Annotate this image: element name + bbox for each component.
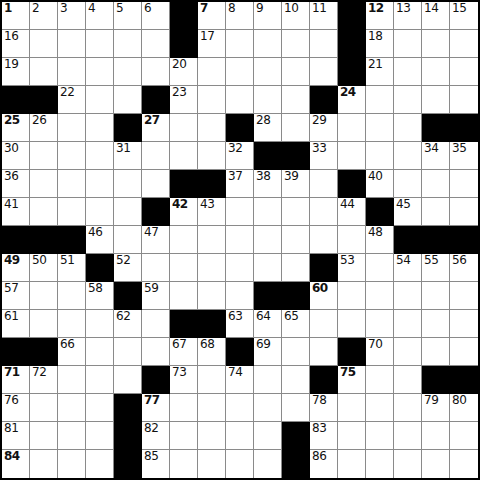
cell-r4c16[interactable] <box>422 86 450 114</box>
cell-r17c15[interactable] <box>394 450 422 478</box>
cell-r2c10[interactable] <box>254 30 282 58</box>
cell-r7c9[interactable]: 37 <box>226 170 254 198</box>
cell-r1c5[interactable]: 5 <box>114 2 142 30</box>
cell-r1c16[interactable]: 14 <box>422 2 450 30</box>
cell-r14c2[interactable]: 72 <box>30 366 58 394</box>
clue-number-48: 48 <box>368 226 382 239</box>
cell-r12c1[interactable]: 61 <box>2 310 30 338</box>
cell-r15c15[interactable] <box>394 394 422 422</box>
cell-r12c6[interactable] <box>142 310 170 338</box>
cell-r17c12[interactable]: 86 <box>310 450 338 478</box>
cell-r1c12[interactable]: 11 <box>310 2 338 30</box>
cell-r16c15[interactable] <box>394 422 422 450</box>
clue-number-29: 29 <box>312 114 326 127</box>
cell-r8c7[interactable]: 42 <box>170 198 198 226</box>
cell-r11c2[interactable] <box>30 282 58 310</box>
cell-r1c6[interactable]: 6 <box>142 2 170 30</box>
cell-r8c4[interactable] <box>86 198 114 226</box>
cell-r16c9[interactable] <box>226 422 254 450</box>
black-cell-r13c9 <box>226 338 254 366</box>
clue-number-38: 38 <box>256 170 270 183</box>
cell-r16c7[interactable] <box>170 422 198 450</box>
cell-r5c6[interactable]: 27 <box>142 114 170 142</box>
cell-r10c1[interactable]: 49 <box>2 254 30 282</box>
cell-r6c1[interactable]: 30 <box>2 142 30 170</box>
cell-r11c7[interactable] <box>170 282 198 310</box>
cell-r7c11[interactable]: 39 <box>282 170 310 198</box>
cell-r5c14[interactable] <box>366 114 394 142</box>
cell-r3c3[interactable] <box>58 58 86 86</box>
cell-r9c14[interactable]: 48 <box>366 226 394 254</box>
cell-r2c15[interactable] <box>394 30 422 58</box>
cell-r7c4[interactable] <box>86 170 114 198</box>
cell-r1c3[interactable]: 3 <box>58 2 86 30</box>
cell-r13c12[interactable] <box>310 338 338 366</box>
cell-r15c8[interactable] <box>198 394 226 422</box>
clue-number-46: 46 <box>88 226 102 239</box>
cell-r8c1[interactable]: 41 <box>2 198 30 226</box>
cell-r1c14[interactable]: 12 <box>366 2 394 30</box>
clue-number-11: 11 <box>312 2 326 15</box>
cell-r6c9[interactable]: 32 <box>226 142 254 170</box>
cell-r5c15[interactable] <box>394 114 422 142</box>
clue-number-15: 15 <box>452 2 466 15</box>
cell-r15c11[interactable] <box>282 394 310 422</box>
cell-r9c5[interactable] <box>114 226 142 254</box>
cell-r3c1[interactable]: 19 <box>2 58 30 86</box>
cell-r10c3[interactable]: 51 <box>58 254 86 282</box>
cell-r11c15[interactable] <box>394 282 422 310</box>
cell-r9c10[interactable] <box>254 226 282 254</box>
cell-r2c14[interactable]: 18 <box>366 30 394 58</box>
cell-r7c3[interactable] <box>58 170 86 198</box>
cell-r1c11[interactable]: 10 <box>282 2 310 30</box>
cell-r10c16[interactable]: 55 <box>422 254 450 282</box>
cell-r14c9[interactable]: 74 <box>226 366 254 394</box>
clue-number-7: 7 <box>200 2 208 15</box>
cell-r13c6[interactable] <box>142 338 170 366</box>
cell-r6c5[interactable]: 31 <box>114 142 142 170</box>
clue-number-54: 54 <box>396 254 410 267</box>
cell-r16c17[interactable] <box>450 422 478 450</box>
cell-r15c2[interactable] <box>30 394 58 422</box>
cell-r7c14[interactable]: 40 <box>366 170 394 198</box>
cell-r7c17[interactable] <box>450 170 478 198</box>
cell-r14c5[interactable] <box>114 366 142 394</box>
cell-r1c15[interactable]: 13 <box>394 2 422 30</box>
cell-r6c12[interactable]: 33 <box>310 142 338 170</box>
cell-r12c16[interactable] <box>422 310 450 338</box>
clue-number-2: 2 <box>32 2 39 15</box>
cell-r17c10[interactable] <box>254 450 282 478</box>
cell-r16c1[interactable]: 81 <box>2 422 30 450</box>
cell-r15c16[interactable]: 79 <box>422 394 450 422</box>
cell-r8c16[interactable] <box>422 198 450 226</box>
cell-r6c14[interactable] <box>366 142 394 170</box>
clue-number-78: 78 <box>312 394 326 407</box>
black-cell-r11c5 <box>114 282 142 310</box>
black-cell-r12c7 <box>170 310 198 338</box>
cell-r2c12[interactable] <box>310 30 338 58</box>
cell-r6c3[interactable] <box>58 142 86 170</box>
clue-number-74: 74 <box>228 366 242 379</box>
cell-r12c11[interactable]: 65 <box>282 310 310 338</box>
clue-number-10: 10 <box>284 2 298 15</box>
cell-r17c16[interactable] <box>422 450 450 478</box>
cell-r8c13[interactable]: 44 <box>338 198 366 226</box>
clue-number-8: 8 <box>228 2 235 15</box>
cell-r5c4[interactable] <box>86 114 114 142</box>
cell-r13c16[interactable] <box>422 338 450 366</box>
clue-number-85: 85 <box>144 450 158 463</box>
cell-r7c5[interactable] <box>114 170 142 198</box>
black-cell-r8c6 <box>142 198 170 226</box>
cell-r10c17[interactable]: 56 <box>450 254 478 282</box>
cell-r13c15[interactable] <box>394 338 422 366</box>
cell-r16c14[interactable] <box>366 422 394 450</box>
cell-r9c6[interactable]: 47 <box>142 226 170 254</box>
cell-r16c2[interactable] <box>30 422 58 450</box>
clue-number-77: 77 <box>144 394 160 407</box>
cell-r2c1[interactable]: 16 <box>2 30 30 58</box>
clue-number-1: 1 <box>4 2 12 15</box>
cell-r2c16[interactable] <box>422 30 450 58</box>
cell-r13c3[interactable]: 66 <box>58 338 86 366</box>
cell-r16c16[interactable] <box>422 422 450 450</box>
cell-r13c17[interactable] <box>450 338 478 366</box>
cell-r8c12[interactable] <box>310 198 338 226</box>
cell-r1c8[interactable]: 7 <box>198 2 226 30</box>
cell-r4c3[interactable]: 22 <box>58 86 86 114</box>
cell-r12c5[interactable]: 62 <box>114 310 142 338</box>
clue-number-4: 4 <box>88 2 95 15</box>
cell-r14c4[interactable] <box>86 366 114 394</box>
cell-r8c3[interactable] <box>58 198 86 226</box>
cell-r17c14[interactable] <box>366 450 394 478</box>
cell-r16c13[interactable] <box>338 422 366 450</box>
cell-r5c13[interactable] <box>338 114 366 142</box>
cell-r4c14[interactable] <box>366 86 394 114</box>
cell-r7c12[interactable] <box>310 170 338 198</box>
clue-number-31: 31 <box>116 142 130 155</box>
cell-r5c7[interactable] <box>170 114 198 142</box>
cell-r10c13[interactable]: 53 <box>338 254 366 282</box>
black-cell-r4c6 <box>142 86 170 114</box>
cell-r17c3[interactable] <box>58 450 86 478</box>
cell-r8c17[interactable] <box>450 198 478 226</box>
cell-r3c8[interactable] <box>198 58 226 86</box>
cell-r1c9[interactable]: 8 <box>226 2 254 30</box>
cell-r12c14[interactable] <box>366 310 394 338</box>
cell-r13c14[interactable]: 70 <box>366 338 394 366</box>
black-cell-r7c8 <box>198 170 226 198</box>
black-cell-r5c17 <box>450 114 478 142</box>
black-cell-r2c13 <box>338 30 366 58</box>
black-cell-r13c1 <box>2 338 30 366</box>
cell-r16c10[interactable] <box>254 422 282 450</box>
cell-r13c4[interactable] <box>86 338 114 366</box>
cell-r2c8[interactable]: 17 <box>198 30 226 58</box>
cell-r15c7[interactable] <box>170 394 198 422</box>
cell-r2c5[interactable] <box>114 30 142 58</box>
cell-r11c13[interactable] <box>338 282 366 310</box>
cell-r12c4[interactable] <box>86 310 114 338</box>
black-cell-r17c5 <box>114 450 142 478</box>
cell-r14c7[interactable]: 73 <box>170 366 198 394</box>
clue-number-17: 17 <box>200 30 214 43</box>
cell-r10c2[interactable]: 50 <box>30 254 58 282</box>
cell-r12c2[interactable] <box>30 310 58 338</box>
clue-number-28: 28 <box>256 114 270 127</box>
cell-r14c1[interactable]: 71 <box>2 366 30 394</box>
cell-r11c12[interactable]: 60 <box>310 282 338 310</box>
cell-r7c1[interactable]: 36 <box>2 170 30 198</box>
cell-r6c2[interactable] <box>30 142 58 170</box>
cell-r4c8[interactable] <box>198 86 226 114</box>
cell-r9c4[interactable]: 46 <box>86 226 114 254</box>
cell-r4c17[interactable] <box>450 86 478 114</box>
cell-r2c9[interactable] <box>226 30 254 58</box>
cell-r16c3[interactable] <box>58 422 86 450</box>
cell-r4c15[interactable] <box>394 86 422 114</box>
cell-r5c1[interactable]: 25 <box>2 114 30 142</box>
cell-r12c17[interactable] <box>450 310 478 338</box>
cell-r14c14[interactable] <box>366 366 394 394</box>
cell-r12c13[interactable] <box>338 310 366 338</box>
cell-r15c6[interactable]: 77 <box>142 394 170 422</box>
black-cell-r3c13 <box>338 58 366 86</box>
cell-r1c4[interactable]: 4 <box>86 2 114 30</box>
cell-r4c10[interactable] <box>254 86 282 114</box>
cell-r13c8[interactable]: 68 <box>198 338 226 366</box>
cell-r1c17[interactable]: 15 <box>450 2 478 30</box>
black-cell-r1c7 <box>170 2 198 30</box>
cell-r11c16[interactable] <box>422 282 450 310</box>
cell-r9c8[interactable] <box>198 226 226 254</box>
cell-r7c6[interactable] <box>142 170 170 198</box>
cell-r16c12[interactable]: 83 <box>310 422 338 450</box>
black-cell-r10c4 <box>86 254 114 282</box>
clue-number-16: 16 <box>4 30 18 43</box>
clue-number-32: 32 <box>228 142 242 155</box>
cell-r3c15[interactable] <box>394 58 422 86</box>
cell-r8c5[interactable] <box>114 198 142 226</box>
cell-r14c15[interactable] <box>394 366 422 394</box>
cell-r11c3[interactable] <box>58 282 86 310</box>
cell-r1c1[interactable]: 1 <box>2 2 30 30</box>
cell-r12c10[interactable]: 64 <box>254 310 282 338</box>
cell-r8c10[interactable] <box>254 198 282 226</box>
cell-r2c17[interactable] <box>450 30 478 58</box>
cell-r14c13[interactable]: 75 <box>338 366 366 394</box>
black-cell-r17c11 <box>282 450 310 478</box>
cell-r9c11[interactable] <box>282 226 310 254</box>
cell-r8c15[interactable]: 45 <box>394 198 422 226</box>
cell-r17c8[interactable] <box>198 450 226 478</box>
cell-r17c9[interactable] <box>226 450 254 478</box>
clue-number-56: 56 <box>452 254 466 267</box>
cell-r15c13[interactable] <box>338 394 366 422</box>
clue-number-51: 51 <box>60 254 74 267</box>
black-cell-r2c7 <box>170 30 198 58</box>
cell-r5c11[interactable] <box>282 114 310 142</box>
clue-number-71: 71 <box>4 366 20 379</box>
cell-r7c2[interactable] <box>30 170 58 198</box>
cell-r1c2[interactable]: 2 <box>30 2 58 30</box>
cell-r4c5[interactable] <box>114 86 142 114</box>
cell-r10c15[interactable]: 54 <box>394 254 422 282</box>
cell-r15c4[interactable] <box>86 394 114 422</box>
cell-r17c13[interactable] <box>338 450 366 478</box>
cell-r10c10[interactable] <box>254 254 282 282</box>
cell-r3c14[interactable]: 21 <box>366 58 394 86</box>
cell-r15c10[interactable] <box>254 394 282 422</box>
cell-r3c2[interactable] <box>30 58 58 86</box>
clue-number-30: 30 <box>4 142 18 155</box>
clue-number-23: 23 <box>172 86 186 99</box>
cell-r16c6[interactable]: 82 <box>142 422 170 450</box>
cell-r10c6[interactable] <box>142 254 170 282</box>
cell-r17c6[interactable]: 85 <box>142 450 170 478</box>
cell-r6c7[interactable] <box>170 142 198 170</box>
cell-r11c4[interactable]: 58 <box>86 282 114 310</box>
cell-r3c16[interactable] <box>422 58 450 86</box>
cell-r11c8[interactable] <box>198 282 226 310</box>
cell-r6c16[interactable]: 34 <box>422 142 450 170</box>
cell-r16c4[interactable] <box>86 422 114 450</box>
cell-r2c6[interactable] <box>142 30 170 58</box>
cell-r15c17[interactable]: 80 <box>450 394 478 422</box>
clue-number-68: 68 <box>200 338 214 351</box>
cell-r12c3[interactable] <box>58 310 86 338</box>
clue-number-83: 83 <box>312 422 326 435</box>
cell-r10c7[interactable] <box>170 254 198 282</box>
cell-r7c16[interactable] <box>422 170 450 198</box>
cell-r2c11[interactable] <box>282 30 310 58</box>
cell-r7c10[interactable]: 38 <box>254 170 282 198</box>
cell-r2c3[interactable] <box>58 30 86 58</box>
cell-r6c15[interactable] <box>394 142 422 170</box>
cell-r14c3[interactable] <box>58 366 86 394</box>
cell-r15c3[interactable] <box>58 394 86 422</box>
cell-r9c7[interactable] <box>170 226 198 254</box>
cell-r17c17[interactable] <box>450 450 478 478</box>
cell-r15c12[interactable]: 78 <box>310 394 338 422</box>
cell-r12c12[interactable] <box>310 310 338 338</box>
cell-r17c4[interactable] <box>86 450 114 478</box>
cell-r5c3[interactable] <box>58 114 86 142</box>
clue-number-66: 66 <box>60 338 74 351</box>
cell-r3c10[interactable] <box>254 58 282 86</box>
cell-r4c7[interactable]: 23 <box>170 86 198 114</box>
cell-r15c9[interactable] <box>226 394 254 422</box>
clue-number-26: 26 <box>32 114 46 127</box>
cell-r13c7[interactable]: 67 <box>170 338 198 366</box>
cell-r10c5[interactable]: 52 <box>114 254 142 282</box>
cell-r13c11[interactable] <box>282 338 310 366</box>
clue-number-37: 37 <box>228 170 242 183</box>
cell-r3c9[interactable] <box>226 58 254 86</box>
cell-r1c10[interactable]: 9 <box>254 2 282 30</box>
cell-r7c15[interactable] <box>394 170 422 198</box>
cell-r10c9[interactable] <box>226 254 254 282</box>
cell-r10c8[interactable] <box>198 254 226 282</box>
cell-r17c7[interactable] <box>170 450 198 478</box>
cell-r11c1[interactable]: 57 <box>2 282 30 310</box>
cell-r10c14[interactable] <box>366 254 394 282</box>
clue-number-34: 34 <box>424 142 438 155</box>
black-cell-r6c11 <box>282 142 310 170</box>
cell-r13c10[interactable]: 69 <box>254 338 282 366</box>
cell-r4c11[interactable] <box>282 86 310 114</box>
cell-r11c17[interactable] <box>450 282 478 310</box>
cell-r16c8[interactable] <box>198 422 226 450</box>
cell-r15c1[interactable]: 76 <box>2 394 30 422</box>
cell-r11c9[interactable] <box>226 282 254 310</box>
cell-r3c7[interactable]: 20 <box>170 58 198 86</box>
cell-r9c12[interactable] <box>310 226 338 254</box>
cell-r5c12[interactable]: 29 <box>310 114 338 142</box>
cell-r5c8[interactable] <box>198 114 226 142</box>
cell-r15c14[interactable] <box>366 394 394 422</box>
cell-r2c2[interactable] <box>30 30 58 58</box>
cell-r3c11[interactable] <box>282 58 310 86</box>
cell-r10c11[interactable] <box>282 254 310 282</box>
cell-r3c12[interactable] <box>310 58 338 86</box>
cell-r17c2[interactable] <box>30 450 58 478</box>
cell-r4c9[interactable] <box>226 86 254 114</box>
cell-r8c9[interactable] <box>226 198 254 226</box>
black-cell-r9c16 <box>422 226 450 254</box>
clue-number-73: 73 <box>172 366 186 379</box>
cell-r11c14[interactable] <box>366 282 394 310</box>
cell-r13c5[interactable] <box>114 338 142 366</box>
cell-r6c4[interactable] <box>86 142 114 170</box>
cell-r17c1[interactable]: 84 <box>2 450 30 478</box>
cell-r12c15[interactable] <box>394 310 422 338</box>
cell-r5c2[interactable]: 26 <box>30 114 58 142</box>
cell-r14c8[interactable] <box>198 366 226 394</box>
cell-r2c4[interactable] <box>86 30 114 58</box>
clue-number-63: 63 <box>228 310 242 323</box>
clue-number-55: 55 <box>424 254 438 267</box>
clue-number-36: 36 <box>4 170 18 183</box>
cell-r3c17[interactable] <box>450 58 478 86</box>
cell-r5c10[interactable]: 28 <box>254 114 282 142</box>
cell-r8c11[interactable] <box>282 198 310 226</box>
cell-r3c6[interactable] <box>142 58 170 86</box>
clue-number-79: 79 <box>424 394 438 407</box>
cell-r4c4[interactable] <box>86 86 114 114</box>
cell-r9c9[interactable] <box>226 226 254 254</box>
cell-r3c4[interactable] <box>86 58 114 86</box>
cell-r8c2[interactable] <box>30 198 58 226</box>
cell-r12c9[interactable]: 63 <box>226 310 254 338</box>
black-cell-r16c11 <box>282 422 310 450</box>
cell-r6c13[interactable] <box>338 142 366 170</box>
cell-r8c8[interactable]: 43 <box>198 198 226 226</box>
cell-r6c6[interactable] <box>142 142 170 170</box>
cell-r11c6[interactable]: 59 <box>142 282 170 310</box>
cell-r3c5[interactable] <box>114 58 142 86</box>
clue-number-72: 72 <box>32 366 46 379</box>
cell-r14c11[interactable] <box>282 366 310 394</box>
cell-r6c17[interactable]: 35 <box>450 142 478 170</box>
cell-r9c13[interactable] <box>338 226 366 254</box>
cell-r4c13[interactable]: 24 <box>338 86 366 114</box>
cell-r6c8[interactable] <box>198 142 226 170</box>
cell-r14c10[interactable] <box>254 366 282 394</box>
